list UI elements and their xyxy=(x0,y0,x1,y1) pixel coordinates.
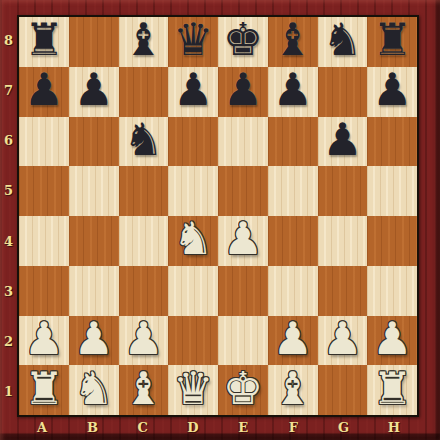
white-pawn[interactable]: ♟ xyxy=(372,316,412,361)
square-d8[interactable]: ♛ xyxy=(168,17,218,67)
file-label-b: B xyxy=(67,417,117,438)
square-f7[interactable]: ♟ xyxy=(268,67,318,117)
square-f2[interactable]: ♟ xyxy=(268,316,318,366)
white-pawn[interactable]: ♟ xyxy=(123,316,163,361)
square-e1[interactable]: ♚ xyxy=(218,365,268,415)
rank-label-1: 1 xyxy=(0,367,17,417)
square-h7[interactable]: ♟ xyxy=(367,67,417,117)
square-g8[interactable]: ♞ xyxy=(318,17,368,67)
square-c4[interactable] xyxy=(119,216,169,266)
square-b4[interactable] xyxy=(69,216,119,266)
square-c3[interactable] xyxy=(119,266,169,316)
white-rook[interactable]: ♜ xyxy=(24,366,64,411)
white-pawn[interactable]: ♟ xyxy=(223,216,263,261)
white-knight[interactable]: ♞ xyxy=(173,216,213,261)
square-b8[interactable] xyxy=(69,17,119,67)
square-d7[interactable]: ♟ xyxy=(168,67,218,117)
square-g6[interactable]: ♟ xyxy=(318,117,368,167)
square-h1[interactable]: ♜ xyxy=(367,365,417,415)
black-pawn[interactable]: ♟ xyxy=(272,67,312,112)
square-b3[interactable] xyxy=(69,266,119,316)
black-king[interactable]: ♚ xyxy=(223,17,263,62)
square-h2[interactable]: ♟ xyxy=(367,316,417,366)
square-a4[interactable] xyxy=(19,216,69,266)
rank-label-8: 8 xyxy=(0,15,17,65)
board-border: ♜♝♛♚♝♞♜♟♟♟♟♟♟♞♟♞♟♟♟♟♟♟♟♜♞♝♛♚♝♜ xyxy=(17,15,419,417)
black-pawn[interactable]: ♟ xyxy=(372,67,412,112)
rank-label-6: 6 xyxy=(0,116,17,166)
square-d6[interactable] xyxy=(168,117,218,167)
square-c8[interactable]: ♝ xyxy=(119,17,169,67)
square-e3[interactable] xyxy=(218,266,268,316)
square-a1[interactable]: ♜ xyxy=(19,365,69,415)
square-f1[interactable]: ♝ xyxy=(268,365,318,415)
square-g1[interactable] xyxy=(318,365,368,415)
white-bishop[interactable]: ♝ xyxy=(123,366,163,411)
square-b6[interactable] xyxy=(69,117,119,167)
white-knight[interactable]: ♞ xyxy=(73,366,113,411)
square-g3[interactable] xyxy=(318,266,368,316)
square-c6[interactable]: ♞ xyxy=(119,117,169,167)
square-e7[interactable]: ♟ xyxy=(218,67,268,117)
white-queen[interactable]: ♛ xyxy=(173,366,213,411)
square-h5[interactable] xyxy=(367,166,417,216)
rank-labels: 87654321 xyxy=(0,15,17,417)
square-c2[interactable]: ♟ xyxy=(119,316,169,366)
board-grid: ♜♝♛♚♝♞♜♟♟♟♟♟♟♞♟♞♟♟♟♟♟♟♟♜♞♝♛♚♝♜ xyxy=(19,17,417,415)
black-rook[interactable]: ♜ xyxy=(372,17,412,62)
square-a7[interactable]: ♟ xyxy=(19,67,69,117)
square-h6[interactable] xyxy=(367,117,417,167)
board-frame: 87654321 ABCDEFGH ♜♝♛♚♝♞♜♟♟♟♟♟♟♞♟♞♟♟♟♟♟♟… xyxy=(0,0,440,440)
black-pawn[interactable]: ♟ xyxy=(173,67,213,112)
black-pawn[interactable]: ♟ xyxy=(322,117,362,162)
white-pawn[interactable]: ♟ xyxy=(322,316,362,361)
black-queen[interactable]: ♛ xyxy=(173,17,213,62)
square-f3[interactable] xyxy=(268,266,318,316)
file-label-a: A xyxy=(17,417,67,438)
rank-label-7: 7 xyxy=(0,65,17,115)
square-c5[interactable] xyxy=(119,166,169,216)
white-king[interactable]: ♚ xyxy=(223,366,263,411)
square-f8[interactable]: ♝ xyxy=(268,17,318,67)
square-f6[interactable] xyxy=(268,117,318,167)
black-pawn[interactable]: ♟ xyxy=(24,67,64,112)
square-e4[interactable]: ♟ xyxy=(218,216,268,266)
square-d2[interactable] xyxy=(168,316,218,366)
square-b5[interactable] xyxy=(69,166,119,216)
square-a8[interactable]: ♜ xyxy=(19,17,69,67)
file-label-e: E xyxy=(218,417,268,438)
white-pawn[interactable]: ♟ xyxy=(73,316,113,361)
square-h3[interactable] xyxy=(367,266,417,316)
square-f4[interactable] xyxy=(268,216,318,266)
black-pawn[interactable]: ♟ xyxy=(73,67,113,112)
black-bishop[interactable]: ♝ xyxy=(123,17,163,62)
white-pawn[interactable]: ♟ xyxy=(24,316,64,361)
file-label-f: F xyxy=(268,417,318,438)
square-a6[interactable] xyxy=(19,117,69,167)
file-labels: ABCDEFGH xyxy=(17,417,419,438)
file-label-c: C xyxy=(118,417,168,438)
square-e5[interactable] xyxy=(218,166,268,216)
square-d4[interactable]: ♞ xyxy=(168,216,218,266)
square-g4[interactable] xyxy=(318,216,368,266)
square-c7[interactable] xyxy=(119,67,169,117)
square-b1[interactable]: ♞ xyxy=(69,365,119,415)
square-g5[interactable] xyxy=(318,166,368,216)
square-d5[interactable] xyxy=(168,166,218,216)
square-a2[interactable]: ♟ xyxy=(19,316,69,366)
square-e8[interactable]: ♚ xyxy=(218,17,268,67)
square-a3[interactable] xyxy=(19,266,69,316)
white-rook[interactable]: ♜ xyxy=(372,366,412,411)
black-bishop[interactable]: ♝ xyxy=(272,17,312,62)
square-d3[interactable] xyxy=(168,266,218,316)
white-pawn[interactable]: ♟ xyxy=(272,316,312,361)
square-h8[interactable]: ♜ xyxy=(367,17,417,67)
square-c1[interactable]: ♝ xyxy=(119,365,169,415)
black-knight[interactable]: ♞ xyxy=(322,17,362,62)
rank-label-4: 4 xyxy=(0,216,17,266)
square-h4[interactable] xyxy=(367,216,417,266)
file-label-d: D xyxy=(168,417,218,438)
rank-label-2: 2 xyxy=(0,317,17,367)
square-e6[interactable] xyxy=(218,117,268,167)
square-b2[interactable]: ♟ xyxy=(69,316,119,366)
file-label-g: G xyxy=(319,417,369,438)
square-g2[interactable]: ♟ xyxy=(318,316,368,366)
white-bishop[interactable]: ♝ xyxy=(272,366,312,411)
rank-label-3: 3 xyxy=(0,266,17,316)
rank-label-5: 5 xyxy=(0,166,17,216)
square-b7[interactable]: ♟ xyxy=(69,67,119,117)
square-a5[interactable] xyxy=(19,166,69,216)
black-pawn[interactable]: ♟ xyxy=(223,67,263,112)
square-g7[interactable] xyxy=(318,67,368,117)
square-f5[interactable] xyxy=(268,166,318,216)
black-rook[interactable]: ♜ xyxy=(24,17,64,62)
file-label-h: H xyxy=(369,417,419,438)
square-d1[interactable]: ♛ xyxy=(168,365,218,415)
black-knight[interactable]: ♞ xyxy=(123,117,163,162)
square-e2[interactable] xyxy=(218,316,268,366)
